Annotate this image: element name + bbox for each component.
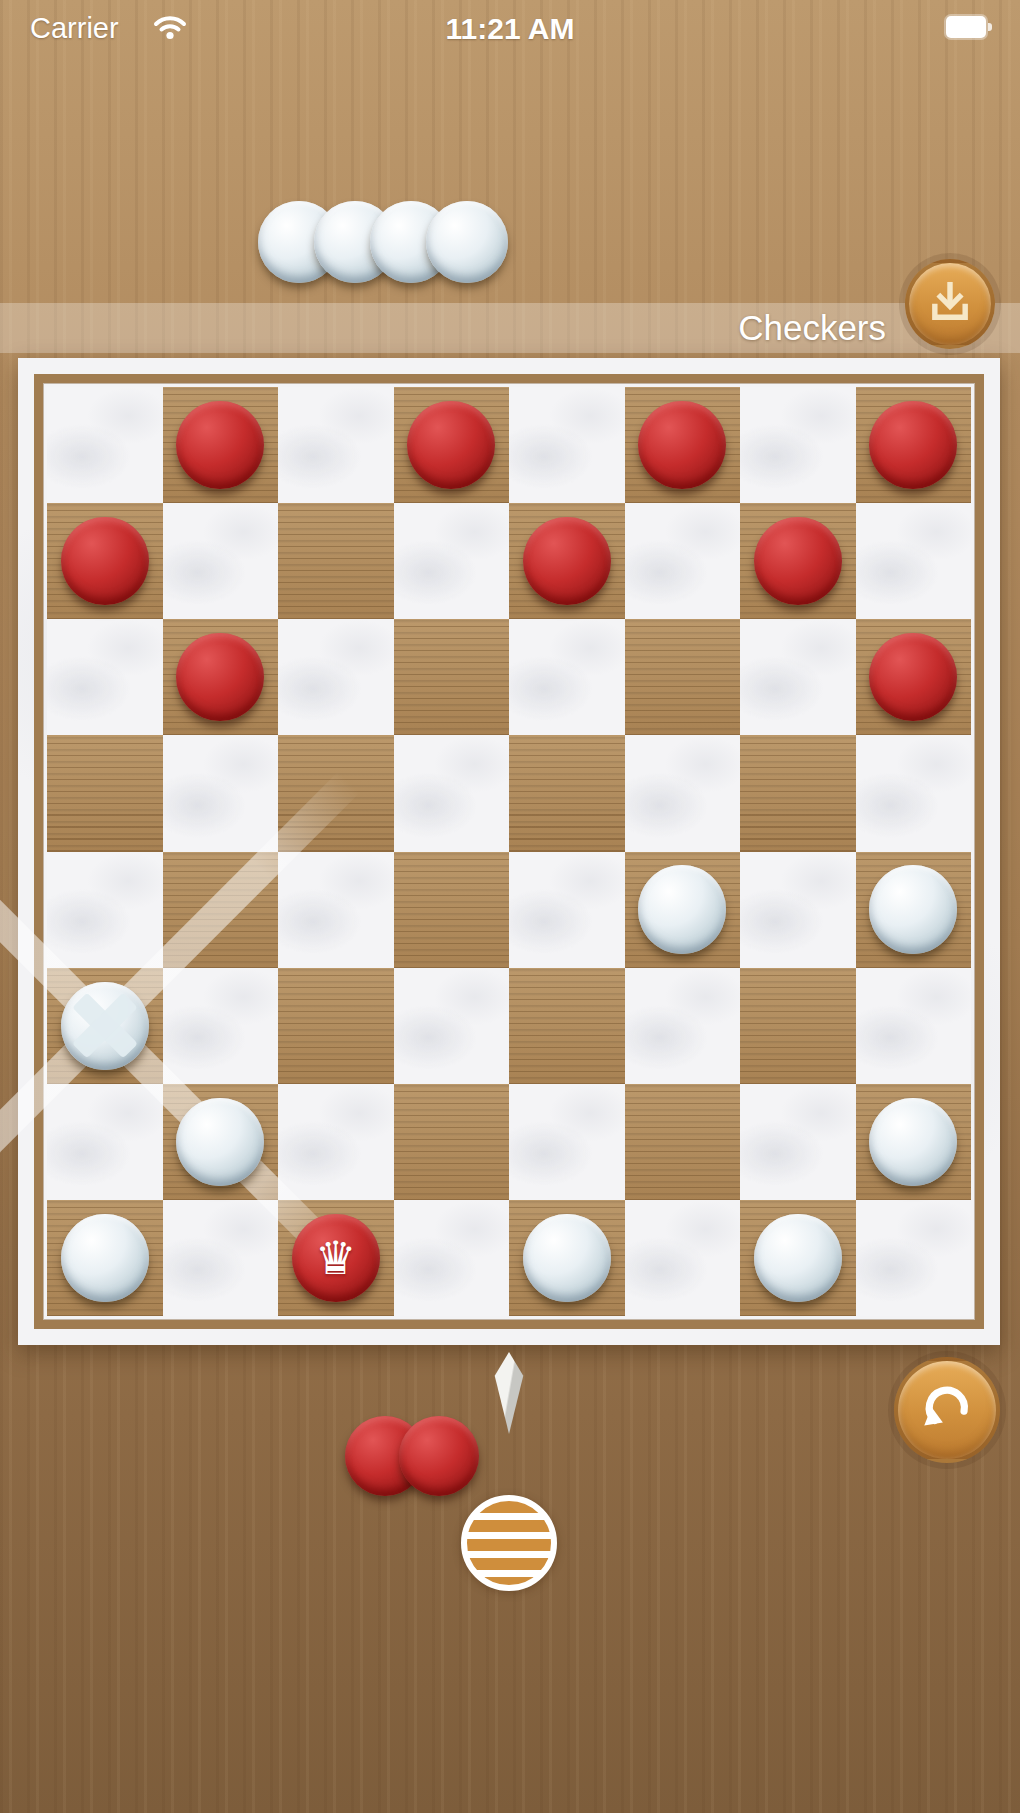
square-r7c4[interactable] — [394, 1084, 510, 1200]
download-icon — [924, 276, 976, 332]
square-r1c4[interactable] — [394, 387, 510, 503]
captured-red-piece — [399, 1416, 479, 1496]
square-r1c2[interactable] — [163, 387, 279, 503]
square-r2c2 — [163, 503, 279, 619]
white-piece[interactable] — [754, 1214, 842, 1302]
square-r3c6[interactable] — [625, 619, 741, 735]
square-r5c5 — [509, 852, 625, 968]
board-grid: ♛ — [47, 387, 971, 1316]
square-r4c5[interactable] — [509, 735, 625, 851]
white-piece[interactable] — [523, 1214, 611, 1302]
status-bar: Carrier 11:21 AM — [0, 0, 1020, 56]
square-r3c7 — [740, 619, 856, 735]
square-r4c3[interactable] — [278, 735, 394, 851]
square-r6c4 — [394, 968, 510, 1084]
menu-button[interactable] — [461, 1495, 557, 1591]
square-r6c2 — [163, 968, 279, 1084]
download-button[interactable] — [905, 259, 995, 349]
square-r8c8 — [856, 1200, 972, 1316]
square-r2c5[interactable] — [509, 503, 625, 619]
page-title: Checkers — [738, 308, 886, 348]
square-r7c8[interactable] — [856, 1084, 972, 1200]
square-r4c7[interactable] — [740, 735, 856, 851]
turn-indicator-icon — [492, 1352, 526, 1434]
square-r2c8 — [856, 503, 972, 619]
square-r3c1 — [47, 619, 163, 735]
square-r8c4 — [394, 1200, 510, 1316]
red-piece[interactable] — [869, 633, 957, 721]
square-r5c4[interactable] — [394, 852, 510, 968]
square-r4c4 — [394, 735, 510, 851]
square-r7c6[interactable] — [625, 1084, 741, 1200]
square-r8c6 — [625, 1200, 741, 1316]
square-r1c5 — [509, 387, 625, 503]
white-piece[interactable] — [869, 1098, 957, 1186]
red-piece[interactable] — [869, 401, 957, 489]
red-piece[interactable] — [176, 633, 264, 721]
square-r7c2[interactable] — [163, 1084, 279, 1200]
square-r4c2 — [163, 735, 279, 851]
square-r8c7[interactable] — [740, 1200, 856, 1316]
square-r5c7 — [740, 852, 856, 968]
red-king-piece[interactable]: ♛ — [292, 1214, 380, 1302]
square-r7c5 — [509, 1084, 625, 1200]
square-r1c1 — [47, 387, 163, 503]
square-r6c6 — [625, 968, 741, 1084]
square-r5c2[interactable] — [163, 852, 279, 968]
app-screen: Carrier 11:21 AM Checkers ♛ — [0, 0, 1020, 1813]
square-r1c8[interactable] — [856, 387, 972, 503]
captured-white-tray — [258, 201, 508, 283]
square-r4c1[interactable] — [47, 735, 163, 851]
checkers-board: ♛ — [18, 358, 1000, 1345]
white-piece[interactable] — [638, 865, 726, 953]
square-r6c7[interactable] — [740, 968, 856, 1084]
square-r4c8 — [856, 735, 972, 851]
captured-red-tray — [345, 1416, 479, 1496]
red-piece[interactable] — [754, 517, 842, 605]
square-r5c6[interactable] — [625, 852, 741, 968]
captured-white-piece — [426, 201, 508, 283]
square-r7c3 — [278, 1084, 394, 1200]
white-piece[interactable] — [61, 1214, 149, 1302]
square-r8c1[interactable] — [47, 1200, 163, 1316]
square-r6c5[interactable] — [509, 968, 625, 1084]
square-r2c4 — [394, 503, 510, 619]
square-r2c6 — [625, 503, 741, 619]
square-r1c7 — [740, 387, 856, 503]
square-r8c2 — [163, 1200, 279, 1316]
square-r3c3 — [278, 619, 394, 735]
white-piece[interactable] — [176, 1098, 264, 1186]
square-r4c6 — [625, 735, 741, 851]
square-r1c3 — [278, 387, 394, 503]
square-r6c3[interactable] — [278, 968, 394, 1084]
white-piece[interactable] — [869, 865, 957, 953]
battery-icon — [946, 16, 992, 38]
square-r5c3 — [278, 852, 394, 968]
square-r3c5 — [509, 619, 625, 735]
square-r5c1 — [47, 852, 163, 968]
square-r6c1[interactable] — [47, 968, 163, 1084]
king-crown-icon: ♛ — [315, 1235, 356, 1281]
red-piece[interactable] — [523, 517, 611, 605]
red-piece[interactable] — [407, 401, 495, 489]
square-r2c3[interactable] — [278, 503, 394, 619]
undo-arrow-icon — [916, 1377, 978, 1443]
square-r3c8[interactable] — [856, 619, 972, 735]
square-r6c8 — [856, 968, 972, 1084]
square-r3c2[interactable] — [163, 619, 279, 735]
square-r7c1 — [47, 1084, 163, 1200]
square-r5c8[interactable] — [856, 852, 972, 968]
square-r2c7[interactable] — [740, 503, 856, 619]
red-piece[interactable] — [638, 401, 726, 489]
square-r8c3[interactable]: ♛ — [278, 1200, 394, 1316]
white-piece[interactable] — [61, 982, 149, 1070]
red-piece[interactable] — [61, 517, 149, 605]
square-r8c5[interactable] — [509, 1200, 625, 1316]
square-r3c4[interactable] — [394, 619, 510, 735]
red-piece[interactable] — [176, 401, 264, 489]
undo-button[interactable] — [894, 1357, 1000, 1463]
square-r1c6[interactable] — [625, 387, 741, 503]
square-r2c1[interactable] — [47, 503, 163, 619]
square-r7c7 — [740, 1084, 856, 1200]
clock: 11:21 AM — [0, 12, 1020, 46]
